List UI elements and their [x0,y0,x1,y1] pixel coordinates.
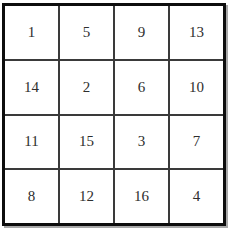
cell-r4c1: 8 [5,170,58,223]
cell-r2c2: 2 [60,61,113,114]
cell-r4c2: 12 [60,170,113,223]
cell-r3c2: 15 [60,116,113,169]
number-grid: 1 5 9 13 14 2 6 10 11 15 3 7 8 12 16 4 [5,6,223,223]
cell-r4c4: 4 [170,170,223,223]
cell-r2c1: 14 [5,61,58,114]
cell-r3c1: 11 [5,116,58,169]
cell-r1c4: 13 [170,6,223,59]
cell-r2c4: 10 [170,61,223,114]
cell-r1c3: 9 [115,6,168,59]
cell-r3c4: 7 [170,116,223,169]
cell-r4c3: 16 [115,170,168,223]
cell-r1c2: 5 [60,6,113,59]
cell-r3c3: 3 [115,116,168,169]
cell-r1c1: 1 [5,6,58,59]
cell-r2c3: 6 [115,61,168,114]
board-frame: 1 5 9 13 14 2 6 10 11 15 3 7 8 12 16 4 [2,3,226,226]
